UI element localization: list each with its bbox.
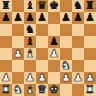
square-g1[interactable] [72, 84, 84, 96]
piece-black-bishop[interactable]: ♝ [25, 0, 35, 12]
square-e7[interactable] [48, 12, 60, 24]
piece-white-pawn[interactable]: ♟ [13, 48, 23, 60]
piece-black-rook[interactable]: ♜ [85, 0, 95, 12]
piece-black-knight[interactable]: ♞ [73, 0, 83, 12]
square-c1[interactable]: ♝ [24, 84, 36, 96]
square-a1[interactable]: ♜ [0, 84, 12, 96]
square-c8[interactable]: ♝ [24, 0, 36, 12]
square-h2[interactable]: ♟ [84, 72, 96, 84]
square-h5[interactable] [84, 36, 96, 48]
piece-white-bishop[interactable]: ♝ [25, 48, 35, 60]
square-c6[interactable]: ♞ [24, 24, 36, 36]
square-g3[interactable] [72, 60, 84, 72]
piece-white-pawn[interactable]: ♟ [1, 72, 11, 84]
square-a8[interactable]: ♜ [0, 0, 12, 12]
piece-black-queen[interactable]: ♛ [37, 0, 47, 12]
piece-white-queen[interactable]: ♛ [37, 84, 47, 96]
square-a5[interactable] [0, 36, 12, 48]
square-f6[interactable] [60, 24, 72, 36]
square-b6[interactable] [12, 24, 24, 36]
square-b1[interactable]: ♞ [12, 84, 24, 96]
square-h3[interactable] [84, 60, 96, 72]
piece-white-king[interactable]: ♚ [49, 84, 59, 96]
piece-white-knight[interactable]: ♞ [13, 84, 23, 96]
piece-black-pawn[interactable]: ♟ [85, 12, 95, 24]
piece-black-king[interactable]: ♚ [49, 0, 59, 12]
square-g4[interactable] [72, 48, 84, 60]
piece-black-pawn[interactable]: ♟ [37, 12, 47, 24]
square-a4[interactable] [0, 48, 12, 60]
piece-white-rook[interactable]: ♜ [85, 84, 95, 96]
piece-white-bishop[interactable]: ♝ [25, 84, 35, 96]
square-e4[interactable]: ♟ [48, 48, 60, 60]
chess-board: ♜♝♛♚♞♜♟♟♟♟♟♟♟♞♝♟♟♝♟♞♟♟♟♟♟♟♜♞♝♛♚♜ [0, 0, 96, 96]
piece-black-pawn[interactable]: ♟ [13, 12, 23, 24]
piece-black-rook[interactable]: ♜ [1, 0, 11, 12]
square-d1[interactable]: ♛ [36, 84, 48, 96]
piece-white-pawn[interactable]: ♟ [49, 48, 59, 60]
square-a7[interactable]: ♟ [0, 12, 12, 24]
piece-white-pawn[interactable]: ♟ [85, 72, 95, 84]
piece-white-pawn[interactable]: ♟ [61, 72, 71, 84]
piece-white-rook[interactable]: ♜ [1, 84, 11, 96]
square-c5[interactable]: ♝ [24, 36, 36, 48]
square-b3[interactable] [12, 60, 24, 72]
piece-black-knight[interactable]: ♞ [25, 24, 35, 36]
piece-white-pawn[interactable]: ♟ [37, 72, 47, 84]
square-b8[interactable] [12, 0, 24, 12]
square-g2[interactable]: ♟ [72, 72, 84, 84]
square-b4[interactable]: ♟ [12, 48, 24, 60]
piece-black-bishop[interactable]: ♝ [25, 36, 35, 48]
square-a6[interactable] [0, 24, 12, 36]
square-f8[interactable] [60, 0, 72, 12]
piece-white-knight[interactable]: ♞ [61, 60, 71, 72]
square-c2[interactable]: ♟ [24, 72, 36, 84]
square-a3[interactable] [0, 60, 12, 72]
square-f1[interactable] [60, 84, 72, 96]
square-f7[interactable]: ♟ [60, 12, 72, 24]
square-e5[interactable]: ♟ [48, 36, 60, 48]
square-f5[interactable] [60, 36, 72, 48]
piece-black-pawn[interactable]: ♟ [25, 12, 35, 24]
square-b7[interactable]: ♟ [12, 12, 24, 24]
square-d6[interactable] [36, 24, 48, 36]
square-c3[interactable] [24, 60, 36, 72]
square-g5[interactable] [72, 36, 84, 48]
square-b5[interactable] [12, 36, 24, 48]
square-d2[interactable]: ♟ [36, 72, 48, 84]
square-f4[interactable] [60, 48, 72, 60]
square-h7[interactable]: ♟ [84, 12, 96, 24]
piece-black-pawn[interactable]: ♟ [73, 12, 83, 24]
square-e2[interactable] [48, 72, 60, 84]
square-c4[interactable]: ♝ [24, 48, 36, 60]
square-h8[interactable]: ♜ [84, 0, 96, 12]
square-d4[interactable] [36, 48, 48, 60]
piece-white-pawn[interactable]: ♟ [73, 72, 83, 84]
square-g6[interactable] [72, 24, 84, 36]
square-f2[interactable]: ♟ [60, 72, 72, 84]
square-g8[interactable]: ♞ [72, 0, 84, 12]
square-h4[interactable] [84, 48, 96, 60]
square-e3[interactable] [48, 60, 60, 72]
square-d3[interactable] [36, 60, 48, 72]
square-h1[interactable]: ♜ [84, 84, 96, 96]
square-d7[interactable]: ♟ [36, 12, 48, 24]
square-e8[interactable]: ♚ [48, 0, 60, 12]
piece-black-pawn[interactable]: ♟ [1, 12, 11, 24]
square-e1[interactable]: ♚ [48, 84, 60, 96]
square-a2[interactable]: ♟ [0, 72, 12, 84]
square-h6[interactable] [84, 24, 96, 36]
square-e6[interactable] [48, 24, 60, 36]
piece-white-pawn[interactable]: ♟ [25, 72, 35, 84]
piece-black-pawn[interactable]: ♟ [49, 36, 59, 48]
square-b2[interactable] [12, 72, 24, 84]
square-g7[interactable]: ♟ [72, 12, 84, 24]
piece-black-pawn[interactable]: ♟ [61, 12, 71, 24]
square-d5[interactable] [36, 36, 48, 48]
square-c7[interactable]: ♟ [24, 12, 36, 24]
square-d8[interactable]: ♛ [36, 0, 48, 12]
square-f3[interactable]: ♞ [60, 60, 72, 72]
chess-app: ♜♝♛♚♞♜♟♟♟♟♟♟♟♞♝♟♟♝♟♞♟♟♟♟♟♟♜♞♝♛♚♜ [0, 0, 96, 96]
